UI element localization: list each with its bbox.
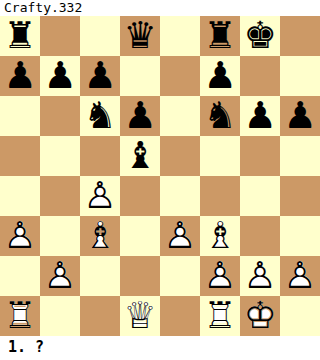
- square-d1[interactable]: ♛♕: [120, 296, 160, 336]
- square-f7[interactable]: ♟: [200, 56, 240, 96]
- square-a3[interactable]: ♟♙: [0, 216, 40, 256]
- square-c6[interactable]: ♞: [80, 96, 120, 136]
- piece-black-rook[interactable]: ♜: [0, 16, 40, 56]
- piece-black-pawn[interactable]: ♟: [80, 56, 120, 96]
- piece-black-pawn[interactable]: ♟: [200, 56, 240, 96]
- piece-white-bishop[interactable]: ♝♗: [200, 216, 240, 256]
- square-c8[interactable]: [80, 16, 120, 56]
- square-b1[interactable]: [40, 296, 80, 336]
- square-d2[interactable]: [120, 256, 160, 296]
- square-g1[interactable]: ♚♔: [240, 296, 280, 336]
- square-a7[interactable]: ♟: [0, 56, 40, 96]
- piece-outline-layer: ♙: [0, 216, 40, 256]
- piece-outline-layer: ♕: [120, 296, 160, 336]
- square-d4[interactable]: [120, 176, 160, 216]
- piece-outline-layer: ♙: [40, 256, 80, 296]
- piece-white-pawn[interactable]: ♟♙: [280, 256, 320, 296]
- square-e6[interactable]: [160, 96, 200, 136]
- piece-white-pawn[interactable]: ♟♙: [160, 216, 200, 256]
- piece-outline-layer: ♔: [240, 296, 280, 336]
- square-g7[interactable]: [240, 56, 280, 96]
- piece-white-pawn[interactable]: ♟♙: [200, 256, 240, 296]
- square-h8[interactable]: [280, 16, 320, 56]
- piece-white-rook[interactable]: ♜♖: [0, 296, 40, 336]
- square-c3[interactable]: ♝♗: [80, 216, 120, 256]
- square-a1[interactable]: ♜♖: [0, 296, 40, 336]
- square-b6[interactable]: [40, 96, 80, 136]
- square-e3[interactable]: ♟♙: [160, 216, 200, 256]
- square-d7[interactable]: [120, 56, 160, 96]
- piece-white-pawn[interactable]: ♟♙: [40, 256, 80, 296]
- square-b8[interactable]: [40, 16, 80, 56]
- square-c7[interactable]: ♟: [80, 56, 120, 96]
- piece-outline-layer: ♙: [240, 256, 280, 296]
- square-d8[interactable]: ♛: [120, 16, 160, 56]
- square-d5[interactable]: ♝: [120, 136, 160, 176]
- piece-black-pawn[interactable]: ♟: [280, 96, 320, 136]
- piece-white-queen[interactable]: ♛♕: [120, 296, 160, 336]
- square-f6[interactable]: ♞: [200, 96, 240, 136]
- piece-black-pawn[interactable]: ♟: [0, 56, 40, 96]
- piece-outline-layer: ♙: [200, 256, 240, 296]
- piece-white-king[interactable]: ♚♔: [240, 296, 280, 336]
- piece-white-rook[interactable]: ♜♖: [200, 296, 240, 336]
- square-g6[interactable]: ♟: [240, 96, 280, 136]
- piece-white-bishop[interactable]: ♝♗: [80, 216, 120, 256]
- square-f5[interactable]: [200, 136, 240, 176]
- square-b4[interactable]: [40, 176, 80, 216]
- piece-black-knight[interactable]: ♞: [200, 96, 240, 136]
- square-f8[interactable]: ♜: [200, 16, 240, 56]
- piece-outline-layer: ♙: [280, 256, 320, 296]
- square-a2[interactable]: [0, 256, 40, 296]
- square-g3[interactable]: [240, 216, 280, 256]
- piece-outline-layer: ♗: [200, 216, 240, 256]
- piece-black-pawn[interactable]: ♟: [120, 96, 160, 136]
- square-e8[interactable]: [160, 16, 200, 56]
- square-b5[interactable]: [40, 136, 80, 176]
- piece-white-pawn[interactable]: ♟♙: [0, 216, 40, 256]
- square-c1[interactable]: [80, 296, 120, 336]
- square-e2[interactable]: [160, 256, 200, 296]
- piece-black-pawn[interactable]: ♟: [240, 96, 280, 136]
- piece-black-pawn[interactable]: ♟: [40, 56, 80, 96]
- square-e4[interactable]: [160, 176, 200, 216]
- piece-black-queen[interactable]: ♛: [120, 16, 160, 56]
- square-a6[interactable]: [0, 96, 40, 136]
- square-c4[interactable]: ♟♙: [80, 176, 120, 216]
- square-h1[interactable]: [280, 296, 320, 336]
- piece-outline-layer: ♖: [0, 296, 40, 336]
- piece-black-king[interactable]: ♚: [240, 16, 280, 56]
- move-prompt: 1. ?: [0, 336, 320, 360]
- square-g5[interactable]: [240, 136, 280, 176]
- piece-black-knight[interactable]: ♞: [80, 96, 120, 136]
- chess-app-window: Crafty.332 ♜♛♜♚♟♟♟♟♞♟♞♟♟♝♟♙♟♙♝♗♟♙♝♗♟♙♟♙♟…: [0, 0, 320, 360]
- square-b7[interactable]: ♟: [40, 56, 80, 96]
- square-h3[interactable]: [280, 216, 320, 256]
- square-g2[interactable]: ♟♙: [240, 256, 280, 296]
- square-h7[interactable]: [280, 56, 320, 96]
- piece-outline-layer: ♙: [160, 216, 200, 256]
- piece-outline-layer: ♗: [80, 216, 120, 256]
- square-f1[interactable]: ♜♖: [200, 296, 240, 336]
- piece-outline-layer: ♖: [200, 296, 240, 336]
- square-b3[interactable]: [40, 216, 80, 256]
- square-f4[interactable]: [200, 176, 240, 216]
- square-d6[interactable]: ♟: [120, 96, 160, 136]
- square-f2[interactable]: ♟♙: [200, 256, 240, 296]
- square-h5[interactable]: [280, 136, 320, 176]
- piece-outline-layer: ♙: [80, 176, 120, 216]
- piece-black-bishop[interactable]: ♝: [120, 136, 160, 176]
- square-f3[interactable]: ♝♗: [200, 216, 240, 256]
- square-a8[interactable]: ♜: [0, 16, 40, 56]
- piece-white-pawn[interactable]: ♟♙: [80, 176, 120, 216]
- square-e7[interactable]: [160, 56, 200, 96]
- square-b2[interactable]: ♟♙: [40, 256, 80, 296]
- square-h4[interactable]: [280, 176, 320, 216]
- piece-white-pawn[interactable]: ♟♙: [240, 256, 280, 296]
- square-e5[interactable]: [160, 136, 200, 176]
- square-g8[interactable]: ♚: [240, 16, 280, 56]
- square-d3[interactable]: [120, 216, 160, 256]
- square-a4[interactable]: [0, 176, 40, 216]
- piece-black-rook[interactable]: ♜: [200, 16, 240, 56]
- square-e1[interactable]: [160, 296, 200, 336]
- square-c2[interactable]: [80, 256, 120, 296]
- chess-board[interactable]: ♜♛♜♚♟♟♟♟♞♟♞♟♟♝♟♙♟♙♝♗♟♙♝♗♟♙♟♙♟♙♟♙♜♖♛♕♜♖♚♔: [0, 16, 320, 336]
- square-g4[interactable]: [240, 176, 280, 216]
- square-c5[interactable]: [80, 136, 120, 176]
- square-a5[interactable]: [0, 136, 40, 176]
- square-h2[interactable]: ♟♙: [280, 256, 320, 296]
- square-h6[interactable]: ♟: [280, 96, 320, 136]
